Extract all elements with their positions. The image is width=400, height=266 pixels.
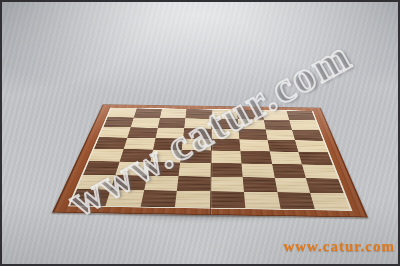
board-square-d1	[175, 191, 210, 208]
board-square-b6	[127, 127, 157, 138]
board-square-d4	[180, 150, 211, 163]
site-caption-text: www.catur.com	[283, 238, 395, 255]
board-square-a4	[89, 149, 123, 162]
board-square-a5	[94, 137, 127, 149]
board-square-f5	[239, 140, 269, 152]
board-square-d5	[182, 139, 211, 151]
board-square-f4	[240, 151, 272, 164]
board-square-e3	[211, 163, 243, 177]
board-square-f8	[237, 110, 264, 120]
board-square-f6	[238, 129, 267, 140]
board-square-e5	[211, 139, 240, 151]
board-square-c5	[153, 138, 184, 150]
board-square-e8	[212, 110, 238, 119]
board-square-b1	[105, 190, 144, 207]
board-square-b2	[110, 175, 147, 190]
board-square-f1	[244, 192, 280, 209]
board-square-h2	[306, 178, 344, 193]
board-square-a8	[108, 108, 137, 117]
board-square-d8	[186, 109, 212, 118]
board-square-e1	[210, 191, 245, 208]
board-square-b7	[131, 117, 160, 127]
board-square-c1	[140, 190, 177, 207]
board-square-h4	[299, 152, 333, 165]
board-square-b8	[134, 108, 162, 117]
board-square-b4	[119, 149, 152, 162]
board-square-e7	[211, 119, 238, 129]
board-square-c2	[144, 175, 179, 190]
board-square-g5	[267, 140, 298, 152]
board-square-d7	[184, 118, 211, 128]
board-square-d2	[177, 176, 211, 191]
board-square-a7	[104, 117, 134, 127]
board-square-g4	[269, 151, 302, 164]
board-square-h7	[289, 120, 319, 130]
board-square-c7	[157, 118, 185, 128]
board-square-g6	[265, 129, 295, 140]
board-square-f3	[241, 163, 274, 177]
board-square-g2	[274, 177, 310, 192]
board-square-f2	[242, 177, 277, 192]
photo-scene: www.catur.com www.catur.com	[0, 0, 400, 266]
board-square-d6	[183, 128, 211, 139]
board-square-h3	[302, 164, 338, 178]
board-square-h1	[310, 193, 350, 210]
board-square-g3	[272, 164, 306, 178]
board-square-e2	[210, 176, 243, 191]
board-square-g8	[262, 110, 290, 120]
board-square-h8	[287, 111, 316, 121]
board-square-a6	[99, 127, 130, 138]
board-square-h5	[295, 140, 327, 152]
board-square-a1	[70, 189, 110, 206]
board-square-h6	[292, 130, 323, 141]
board-square-b3	[115, 161, 150, 175]
board-square-c8	[160, 109, 187, 118]
board-square-a2	[77, 174, 115, 189]
board-square-c6	[155, 128, 184, 139]
chessboard	[52, 104, 368, 217]
board-square-c4	[150, 150, 182, 163]
board-square-c3	[147, 162, 180, 176]
board-square-e6	[211, 128, 239, 139]
board-frame	[52, 104, 368, 217]
board-square-a3	[83, 161, 119, 175]
board-square-f7	[237, 119, 265, 129]
board-square-b5	[123, 138, 155, 150]
board-square-g1	[277, 192, 315, 209]
board-square-d3	[179, 162, 211, 176]
board-square-g7	[263, 120, 292, 130]
board-square-e4	[211, 151, 241, 164]
